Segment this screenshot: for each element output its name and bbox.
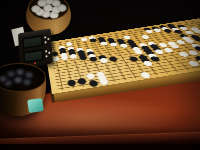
white-stone[interactable]: ● — [137, 70, 153, 79]
clock-button[interactable] — [44, 36, 46, 38]
white-stone[interactable]: ● — [139, 34, 152, 40]
clock-display-top — [22, 35, 43, 49]
hoshi-point — [151, 69, 153, 70]
game-clock — [18, 28, 53, 68]
hoshi-point — [77, 44, 79, 45]
clock-button[interactable] — [46, 55, 48, 57]
clock-button[interactable] — [48, 52, 50, 54]
clock-display-bottom — [23, 49, 44, 63]
clock-button[interactable] — [45, 41, 47, 43]
clock-button[interactable] — [45, 50, 47, 52]
table-base-shadow — [0, 144, 200, 150]
clock-button[interactable] — [47, 38, 49, 40]
white-stone[interactable]: ● — [97, 76, 111, 85]
go-photo-scene: ●●●●●●●●●●●●●●●●●●●●●●●●●●●●●●●●●●●●●●●●… — [0, 0, 200, 150]
teal-cloth — [27, 98, 44, 113]
black-stone[interactable]: ● — [107, 55, 120, 62]
